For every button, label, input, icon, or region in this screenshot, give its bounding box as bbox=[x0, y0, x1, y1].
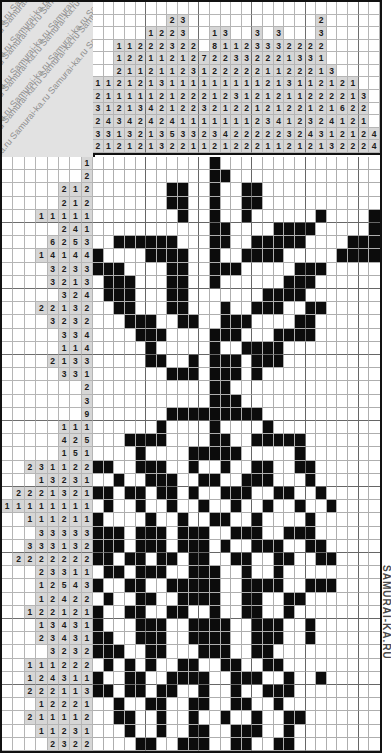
grid-cell[interactable] bbox=[295, 659, 306, 672]
grid-cell[interactable] bbox=[93, 183, 104, 196]
grid-cell[interactable] bbox=[157, 302, 168, 315]
grid-cell[interactable] bbox=[316, 408, 327, 421]
grid-cell[interactable] bbox=[274, 249, 285, 262]
grid-cell[interactable] bbox=[114, 342, 125, 355]
grid-cell[interactable] bbox=[369, 553, 380, 566]
grid-cell[interactable] bbox=[252, 263, 263, 276]
grid-cell[interactable] bbox=[252, 421, 263, 434]
grid-cell[interactable] bbox=[295, 157, 306, 170]
grid-cell[interactable] bbox=[167, 685, 178, 698]
grid-cell[interactable] bbox=[348, 329, 359, 342]
grid-cell[interactable] bbox=[178, 395, 189, 408]
grid-cell[interactable] bbox=[274, 474, 285, 487]
grid-cell[interactable] bbox=[136, 474, 147, 487]
grid-cell[interactable] bbox=[189, 566, 200, 579]
grid-cell[interactable] bbox=[252, 474, 263, 487]
grid-cell[interactable] bbox=[125, 183, 136, 196]
grid-cell[interactable] bbox=[114, 355, 125, 368]
grid-cell[interactable] bbox=[199, 711, 210, 724]
grid-cell[interactable] bbox=[306, 711, 317, 724]
grid-cell[interactable] bbox=[263, 738, 274, 751]
grid-cell[interactable] bbox=[359, 593, 370, 606]
grid-cell[interactable] bbox=[104, 249, 115, 262]
grid-cell[interactable] bbox=[316, 315, 327, 328]
grid-cell[interactable] bbox=[178, 223, 189, 236]
grid-cell[interactable] bbox=[189, 593, 200, 606]
grid-cell[interactable] bbox=[231, 593, 242, 606]
grid-cell[interactable] bbox=[114, 302, 125, 315]
grid-cell[interactable] bbox=[274, 170, 285, 183]
grid-cell[interactable] bbox=[178, 487, 189, 500]
grid-cell[interactable] bbox=[348, 183, 359, 196]
grid-cell[interactable] bbox=[157, 540, 168, 553]
grid-cell[interactable] bbox=[252, 315, 263, 328]
grid-cell[interactable] bbox=[136, 553, 147, 566]
grid-cell[interactable] bbox=[284, 698, 295, 711]
grid-cell[interactable] bbox=[157, 223, 168, 236]
grid-cell[interactable] bbox=[295, 395, 306, 408]
grid-cell[interactable] bbox=[274, 698, 285, 711]
grid-cell[interactable] bbox=[284, 579, 295, 592]
grid-cell[interactable] bbox=[263, 315, 274, 328]
grid-cell[interactable] bbox=[104, 302, 115, 315]
grid-cell[interactable] bbox=[210, 619, 221, 632]
grid-cell[interactable] bbox=[263, 632, 274, 645]
grid-cell[interactable] bbox=[146, 685, 157, 698]
grid-cell[interactable] bbox=[221, 223, 232, 236]
grid-cell[interactable] bbox=[263, 474, 274, 487]
grid-cell[interactable] bbox=[136, 566, 147, 579]
grid-cell[interactable] bbox=[221, 553, 232, 566]
grid-cell[interactable] bbox=[136, 645, 147, 658]
grid-cell[interactable] bbox=[125, 513, 136, 526]
grid-cell[interactable] bbox=[306, 540, 317, 553]
grid-cell[interactable] bbox=[157, 447, 168, 460]
grid-cell[interactable] bbox=[189, 302, 200, 315]
grid-cell[interactable] bbox=[231, 632, 242, 645]
grid-cell[interactable] bbox=[274, 210, 285, 223]
grid-cell[interactable] bbox=[369, 447, 380, 460]
grid-cell[interactable] bbox=[295, 276, 306, 289]
grid-cell[interactable] bbox=[327, 487, 338, 500]
grid-cell[interactable] bbox=[306, 500, 317, 513]
grid-cell[interactable] bbox=[199, 263, 210, 276]
grid-cell[interactable] bbox=[284, 355, 295, 368]
grid-cell[interactable] bbox=[114, 659, 125, 672]
grid-cell[interactable] bbox=[178, 342, 189, 355]
grid-cell[interactable] bbox=[189, 210, 200, 223]
grid-cell[interactable] bbox=[125, 738, 136, 751]
grid-cell[interactable] bbox=[146, 632, 157, 645]
grid-cell[interactable] bbox=[242, 474, 253, 487]
grid-cell[interactable] bbox=[274, 619, 285, 632]
grid-cell[interactable] bbox=[125, 566, 136, 579]
grid-cell[interactable] bbox=[136, 183, 147, 196]
grid-cell[interactable] bbox=[210, 302, 221, 315]
grid-cell[interactable] bbox=[167, 711, 178, 724]
grid-cell[interactable] bbox=[104, 342, 115, 355]
grid-cell[interactable] bbox=[136, 738, 147, 751]
grid-cell[interactable] bbox=[157, 698, 168, 711]
grid-cell[interactable] bbox=[369, 236, 380, 249]
grid-cell[interactable] bbox=[295, 566, 306, 579]
grid-cell[interactable] bbox=[93, 355, 104, 368]
grid-cell[interactable] bbox=[146, 711, 157, 724]
grid-cell[interactable] bbox=[337, 315, 348, 328]
grid-cell[interactable] bbox=[369, 487, 380, 500]
grid-cell[interactable] bbox=[210, 197, 221, 210]
grid-cell[interactable] bbox=[114, 738, 125, 751]
grid-cell[interactable] bbox=[210, 395, 221, 408]
grid-cell[interactable] bbox=[167, 606, 178, 619]
grid-cell[interactable] bbox=[284, 711, 295, 724]
grid-cell[interactable] bbox=[104, 725, 115, 738]
grid-cell[interactable] bbox=[348, 711, 359, 724]
grid-cell[interactable] bbox=[327, 157, 338, 170]
grid-cell[interactable] bbox=[146, 276, 157, 289]
grid-cell[interactable] bbox=[114, 421, 125, 434]
grid-cell[interactable] bbox=[348, 632, 359, 645]
grid-cell[interactable] bbox=[199, 606, 210, 619]
grid-cell[interactable] bbox=[189, 421, 200, 434]
grid-cell[interactable] bbox=[337, 223, 348, 236]
grid-cell[interactable] bbox=[157, 395, 168, 408]
grid-cell[interactable] bbox=[316, 210, 327, 223]
grid-cell[interactable] bbox=[167, 672, 178, 685]
grid-cell[interactable] bbox=[114, 223, 125, 236]
grid-cell[interactable] bbox=[199, 725, 210, 738]
grid-cell[interactable] bbox=[369, 566, 380, 579]
grid-cell[interactable] bbox=[242, 711, 253, 724]
grid-cell[interactable] bbox=[221, 540, 232, 553]
grid-cell[interactable] bbox=[295, 685, 306, 698]
grid-cell[interactable] bbox=[337, 170, 348, 183]
grid-cell[interactable] bbox=[242, 672, 253, 685]
grid-cell[interactable] bbox=[221, 738, 232, 751]
grid-cell[interactable] bbox=[114, 500, 125, 513]
grid-cell[interactable] bbox=[136, 619, 147, 632]
grid-cell[interactable] bbox=[231, 447, 242, 460]
grid-cell[interactable] bbox=[242, 579, 253, 592]
grid-cell[interactable] bbox=[93, 619, 104, 632]
grid-cell[interactable] bbox=[263, 395, 274, 408]
grid-cell[interactable] bbox=[327, 408, 338, 421]
grid-cell[interactable] bbox=[316, 183, 327, 196]
grid-cell[interactable] bbox=[146, 698, 157, 711]
grid-cell[interactable] bbox=[146, 342, 157, 355]
grid-cell[interactable] bbox=[327, 197, 338, 210]
grid-cell[interactable] bbox=[178, 408, 189, 421]
grid-cell[interactable] bbox=[167, 645, 178, 658]
grid-cell[interactable] bbox=[369, 249, 380, 262]
grid-cell[interactable] bbox=[369, 183, 380, 196]
grid-cell[interactable] bbox=[221, 157, 232, 170]
grid-cell[interactable] bbox=[327, 566, 338, 579]
grid-cell[interactable] bbox=[316, 540, 327, 553]
grid-cell[interactable] bbox=[252, 447, 263, 460]
grid-cell[interactable] bbox=[93, 645, 104, 658]
grid-cell[interactable] bbox=[231, 329, 242, 342]
grid-cell[interactable] bbox=[93, 474, 104, 487]
grid-cell[interactable] bbox=[316, 659, 327, 672]
grid-cell[interactable] bbox=[359, 672, 370, 685]
grid-cell[interactable] bbox=[104, 474, 115, 487]
grid-cell[interactable] bbox=[295, 447, 306, 460]
grid-cell[interactable] bbox=[369, 593, 380, 606]
grid-cell[interactable] bbox=[199, 527, 210, 540]
grid-cell[interactable] bbox=[178, 593, 189, 606]
grid-cell[interactable] bbox=[242, 447, 253, 460]
grid-cell[interactable] bbox=[157, 236, 168, 249]
grid-cell[interactable] bbox=[284, 540, 295, 553]
grid-cell[interactable] bbox=[167, 461, 178, 474]
grid-cell[interactable] bbox=[221, 461, 232, 474]
grid-cell[interactable] bbox=[327, 711, 338, 724]
grid-cell[interactable] bbox=[337, 355, 348, 368]
grid-cell[interactable] bbox=[295, 540, 306, 553]
grid-cell[interactable] bbox=[93, 434, 104, 447]
grid-cell[interactable] bbox=[125, 197, 136, 210]
grid-cell[interactable] bbox=[221, 276, 232, 289]
grid-cell[interactable] bbox=[210, 593, 221, 606]
grid-cell[interactable] bbox=[252, 711, 263, 724]
grid-cell[interactable] bbox=[274, 645, 285, 658]
grid-cell[interactable] bbox=[231, 711, 242, 724]
grid-cell[interactable] bbox=[125, 659, 136, 672]
grid-cell[interactable] bbox=[189, 197, 200, 210]
grid-cell[interactable] bbox=[167, 725, 178, 738]
grid-cell[interactable] bbox=[306, 329, 317, 342]
grid-cell[interactable] bbox=[252, 368, 263, 381]
grid-cell[interactable] bbox=[125, 236, 136, 249]
grid-cell[interactable] bbox=[369, 698, 380, 711]
grid-cell[interactable] bbox=[284, 263, 295, 276]
grid-cell[interactable] bbox=[359, 474, 370, 487]
grid-cell[interactable] bbox=[167, 447, 178, 460]
grid-cell[interactable] bbox=[125, 355, 136, 368]
grid-cell[interactable] bbox=[284, 249, 295, 262]
grid-cell[interactable] bbox=[263, 170, 274, 183]
grid-cell[interactable] bbox=[369, 672, 380, 685]
grid-cell[interactable] bbox=[189, 408, 200, 421]
grid-cell[interactable] bbox=[136, 593, 147, 606]
grid-cell[interactable] bbox=[231, 355, 242, 368]
grid-cell[interactable] bbox=[242, 329, 253, 342]
grid-cell[interactable] bbox=[93, 302, 104, 315]
grid-cell[interactable] bbox=[284, 500, 295, 513]
grid-cell[interactable] bbox=[136, 421, 147, 434]
grid-cell[interactable] bbox=[93, 210, 104, 223]
grid-cell[interactable] bbox=[295, 606, 306, 619]
grid-cell[interactable] bbox=[316, 263, 327, 276]
grid-cell[interactable] bbox=[231, 302, 242, 315]
grid-cell[interactable] bbox=[327, 355, 338, 368]
grid-cell[interactable] bbox=[252, 461, 263, 474]
grid-cell[interactable] bbox=[242, 606, 253, 619]
grid-cell[interactable] bbox=[146, 236, 157, 249]
grid-cell[interactable] bbox=[114, 170, 125, 183]
grid-cell[interactable] bbox=[274, 593, 285, 606]
grid-cell[interactable] bbox=[263, 408, 274, 421]
grid-cell[interactable] bbox=[295, 197, 306, 210]
grid-cell[interactable] bbox=[263, 579, 274, 592]
grid-cell[interactable] bbox=[242, 593, 253, 606]
grid-cell[interactable] bbox=[327, 315, 338, 328]
grid-cell[interactable] bbox=[359, 355, 370, 368]
grid-cell[interactable] bbox=[284, 593, 295, 606]
grid-cell[interactable] bbox=[316, 579, 327, 592]
grid-cell[interactable] bbox=[167, 315, 178, 328]
grid-cell[interactable] bbox=[359, 500, 370, 513]
grid-cell[interactable] bbox=[348, 645, 359, 658]
grid-cell[interactable] bbox=[284, 685, 295, 698]
grid-cell[interactable] bbox=[114, 276, 125, 289]
grid-cell[interactable] bbox=[306, 527, 317, 540]
grid-cell[interactable] bbox=[316, 645, 327, 658]
grid-cell[interactable] bbox=[295, 632, 306, 645]
grid-cell[interactable] bbox=[369, 579, 380, 592]
grid-cell[interactable] bbox=[114, 513, 125, 526]
grid-cell[interactable] bbox=[136, 381, 147, 394]
grid-cell[interactable] bbox=[359, 447, 370, 460]
grid-cell[interactable] bbox=[146, 381, 157, 394]
grid-cell[interactable] bbox=[221, 593, 232, 606]
grid-cell[interactable] bbox=[348, 302, 359, 315]
grid-cell[interactable] bbox=[242, 540, 253, 553]
grid-cell[interactable] bbox=[295, 645, 306, 658]
grid-cell[interactable] bbox=[348, 474, 359, 487]
grid-cell[interactable] bbox=[210, 725, 221, 738]
grid-cell[interactable] bbox=[221, 302, 232, 315]
grid-cell[interactable] bbox=[146, 263, 157, 276]
grid-cell[interactable] bbox=[359, 249, 370, 262]
grid-cell[interactable] bbox=[369, 223, 380, 236]
grid-cell[interactable] bbox=[348, 593, 359, 606]
grid-cell[interactable] bbox=[125, 381, 136, 394]
grid-cell[interactable] bbox=[189, 540, 200, 553]
grid-cell[interactable] bbox=[157, 249, 168, 262]
grid-cell[interactable] bbox=[295, 553, 306, 566]
grid-cell[interactable] bbox=[348, 500, 359, 513]
grid-cell[interactable] bbox=[210, 527, 221, 540]
grid-cell[interactable] bbox=[104, 698, 115, 711]
grid-cell[interactable] bbox=[178, 738, 189, 751]
grid-cell[interactable] bbox=[348, 487, 359, 500]
grid-cell[interactable] bbox=[104, 540, 115, 553]
grid-cell[interactable] bbox=[93, 447, 104, 460]
grid-cell[interactable] bbox=[263, 698, 274, 711]
grid-cell[interactable] bbox=[306, 672, 317, 685]
grid-cell[interactable] bbox=[337, 302, 348, 315]
grid-cell[interactable] bbox=[93, 487, 104, 500]
grid-cell[interactable] bbox=[231, 474, 242, 487]
grid-cell[interactable] bbox=[157, 421, 168, 434]
grid-cell[interactable] bbox=[369, 540, 380, 553]
grid-cell[interactable] bbox=[199, 329, 210, 342]
grid-cell[interactable] bbox=[114, 249, 125, 262]
grid-cell[interactable] bbox=[136, 606, 147, 619]
grid-cell[interactable] bbox=[359, 685, 370, 698]
grid-cell[interactable] bbox=[348, 395, 359, 408]
grid-cell[interactable] bbox=[263, 381, 274, 394]
grid-cell[interactable] bbox=[93, 500, 104, 513]
grid-cell[interactable] bbox=[263, 368, 274, 381]
grid-cell[interactable] bbox=[146, 566, 157, 579]
grid-cell[interactable] bbox=[337, 645, 348, 658]
grid-cell[interactable] bbox=[295, 183, 306, 196]
grid-cell[interactable] bbox=[252, 197, 263, 210]
grid-cell[interactable] bbox=[178, 329, 189, 342]
grid-cell[interactable] bbox=[359, 421, 370, 434]
grid-cell[interactable] bbox=[252, 527, 263, 540]
grid-cell[interactable] bbox=[274, 315, 285, 328]
grid-cell[interactable] bbox=[125, 685, 136, 698]
grid-cell[interactable] bbox=[189, 342, 200, 355]
grid-cell[interactable] bbox=[93, 513, 104, 526]
grid-cell[interactable] bbox=[125, 447, 136, 460]
grid-cell[interactable] bbox=[157, 276, 168, 289]
grid-cell[interactable] bbox=[146, 434, 157, 447]
grid-cell[interactable] bbox=[136, 527, 147, 540]
grid-cell[interactable] bbox=[369, 210, 380, 223]
grid-cell[interactable] bbox=[136, 685, 147, 698]
grid-cell[interactable] bbox=[199, 368, 210, 381]
grid-cell[interactable] bbox=[146, 197, 157, 210]
grid-cell[interactable] bbox=[231, 342, 242, 355]
grid-cell[interactable] bbox=[327, 474, 338, 487]
grid-cell[interactable] bbox=[252, 553, 263, 566]
grid-cell[interactable] bbox=[210, 249, 221, 262]
grid-cell[interactable] bbox=[199, 236, 210, 249]
grid-cell[interactable] bbox=[263, 447, 274, 460]
grid-cell[interactable] bbox=[189, 461, 200, 474]
grid-cell[interactable] bbox=[189, 381, 200, 394]
grid-cell[interactable] bbox=[369, 685, 380, 698]
grid-cell[interactable] bbox=[167, 170, 178, 183]
grid-cell[interactable] bbox=[263, 645, 274, 658]
grid-cell[interactable] bbox=[242, 263, 253, 276]
grid-cell[interactable] bbox=[295, 329, 306, 342]
grid-cell[interactable] bbox=[252, 487, 263, 500]
grid-cell[interactable] bbox=[114, 197, 125, 210]
grid-cell[interactable] bbox=[157, 461, 168, 474]
grid-cell[interactable] bbox=[295, 711, 306, 724]
grid-cell[interactable] bbox=[199, 302, 210, 315]
grid-cell[interactable] bbox=[136, 210, 147, 223]
grid-cell[interactable] bbox=[125, 672, 136, 685]
grid-cell[interactable] bbox=[199, 645, 210, 658]
grid-cell[interactable] bbox=[316, 223, 327, 236]
grid-cell[interactable] bbox=[146, 461, 157, 474]
grid-cell[interactable] bbox=[316, 566, 327, 579]
grid-cell[interactable] bbox=[295, 738, 306, 751]
grid-cell[interactable] bbox=[242, 249, 253, 262]
grid-cell[interactable] bbox=[104, 434, 115, 447]
grid-cell[interactable] bbox=[221, 183, 232, 196]
grid-cell[interactable] bbox=[221, 395, 232, 408]
grid-cell[interactable] bbox=[337, 619, 348, 632]
grid-cell[interactable] bbox=[295, 210, 306, 223]
grid-cell[interactable] bbox=[306, 395, 317, 408]
grid-cell[interactable] bbox=[146, 408, 157, 421]
grid-cell[interactable] bbox=[327, 302, 338, 315]
grid-cell[interactable] bbox=[327, 421, 338, 434]
grid-cell[interactable] bbox=[221, 474, 232, 487]
grid-cell[interactable] bbox=[359, 289, 370, 302]
grid-cell[interactable] bbox=[327, 579, 338, 592]
grid-cell[interactable] bbox=[359, 223, 370, 236]
grid-cell[interactable] bbox=[348, 210, 359, 223]
